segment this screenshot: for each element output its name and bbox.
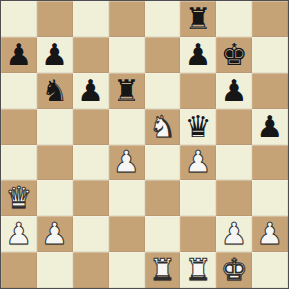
square-g2[interactable]: ♟ [216,216,252,252]
square-g6[interactable]: ♟ [216,73,252,109]
square-h5[interactable]: ♟ [252,109,288,145]
square-h4[interactable] [252,145,288,181]
square-b1[interactable] [37,252,73,288]
piece-white-king: ♚ [221,252,248,288]
square-b4[interactable] [37,145,73,181]
square-b2[interactable]: ♟ [37,216,73,252]
square-d7[interactable] [109,37,145,73]
piece-black-pawn: ♟ [77,73,104,109]
square-b5[interactable] [37,109,73,145]
piece-black-pawn: ♟ [185,37,212,73]
square-a1[interactable] [1,252,37,288]
piece-black-pawn: ♟ [41,37,68,73]
square-c4[interactable] [73,145,109,181]
piece-white-pawn: ♟ [257,216,284,252]
square-h7[interactable] [252,37,288,73]
piece-white-rook: ♜ [185,252,212,288]
square-a4[interactable] [1,145,37,181]
square-e8[interactable] [145,1,181,37]
piece-white-pawn: ♟ [5,216,32,252]
square-h6[interactable] [252,73,288,109]
square-g8[interactable] [216,1,252,37]
chess-board: ♜♟♟♟♚♞♟♜♟♞♛♟♟♟♛♟♟♟♟♜♜♚ [0,0,289,289]
piece-white-pawn: ♟ [185,145,212,181]
piece-white-pawn: ♟ [41,216,68,252]
square-d3[interactable] [109,180,145,216]
square-d5[interactable] [109,109,145,145]
square-f4[interactable]: ♟ [180,145,216,181]
square-e3[interactable] [145,180,181,216]
square-f8[interactable]: ♜ [180,1,216,37]
square-c2[interactable] [73,216,109,252]
square-g3[interactable] [216,180,252,216]
square-e6[interactable] [145,73,181,109]
square-d1[interactable] [109,252,145,288]
square-d2[interactable] [109,216,145,252]
piece-black-pawn: ♟ [5,37,32,73]
piece-black-rook: ♜ [113,73,140,109]
square-f2[interactable] [180,216,216,252]
square-e4[interactable] [145,145,181,181]
square-b6[interactable]: ♞ [37,73,73,109]
piece-black-pawn: ♟ [221,73,248,109]
piece-white-pawn: ♟ [221,216,248,252]
square-d8[interactable] [109,1,145,37]
piece-black-knight: ♞ [41,73,68,109]
square-e1[interactable]: ♜ [145,252,181,288]
square-b7[interactable]: ♟ [37,37,73,73]
square-h1[interactable] [252,252,288,288]
square-e7[interactable] [145,37,181,73]
piece-black-pawn: ♟ [257,109,284,145]
square-f5[interactable]: ♛ [180,109,216,145]
square-a7[interactable]: ♟ [1,37,37,73]
piece-white-rook: ♜ [149,252,176,288]
square-a2[interactable]: ♟ [1,216,37,252]
square-c3[interactable] [73,180,109,216]
square-b3[interactable] [37,180,73,216]
square-d6[interactable]: ♜ [109,73,145,109]
square-f3[interactable] [180,180,216,216]
square-e5[interactable]: ♞ [145,109,181,145]
square-g1[interactable]: ♚ [216,252,252,288]
square-f7[interactable]: ♟ [180,37,216,73]
square-a6[interactable] [1,73,37,109]
square-c5[interactable] [73,109,109,145]
piece-black-rook: ♜ [185,1,212,37]
square-h3[interactable] [252,180,288,216]
piece-white-pawn: ♟ [113,145,140,181]
piece-black-queen: ♛ [185,109,212,145]
square-g7[interactable]: ♚ [216,37,252,73]
square-e2[interactable] [145,216,181,252]
square-c8[interactable] [73,1,109,37]
piece-white-queen: ♛ [5,180,32,216]
square-b8[interactable] [37,1,73,37]
square-h2[interactable]: ♟ [252,216,288,252]
piece-black-king: ♚ [221,37,248,73]
square-h8[interactable] [252,1,288,37]
piece-white-knight: ♞ [149,109,176,145]
square-a5[interactable] [1,109,37,145]
square-c6[interactable]: ♟ [73,73,109,109]
square-f6[interactable] [180,73,216,109]
square-f1[interactable]: ♜ [180,252,216,288]
square-g4[interactable] [216,145,252,181]
square-c7[interactable] [73,37,109,73]
square-a8[interactable] [1,1,37,37]
square-d4[interactable]: ♟ [109,145,145,181]
square-a3[interactable]: ♛ [1,180,37,216]
square-g5[interactable] [216,109,252,145]
square-c1[interactable] [73,252,109,288]
